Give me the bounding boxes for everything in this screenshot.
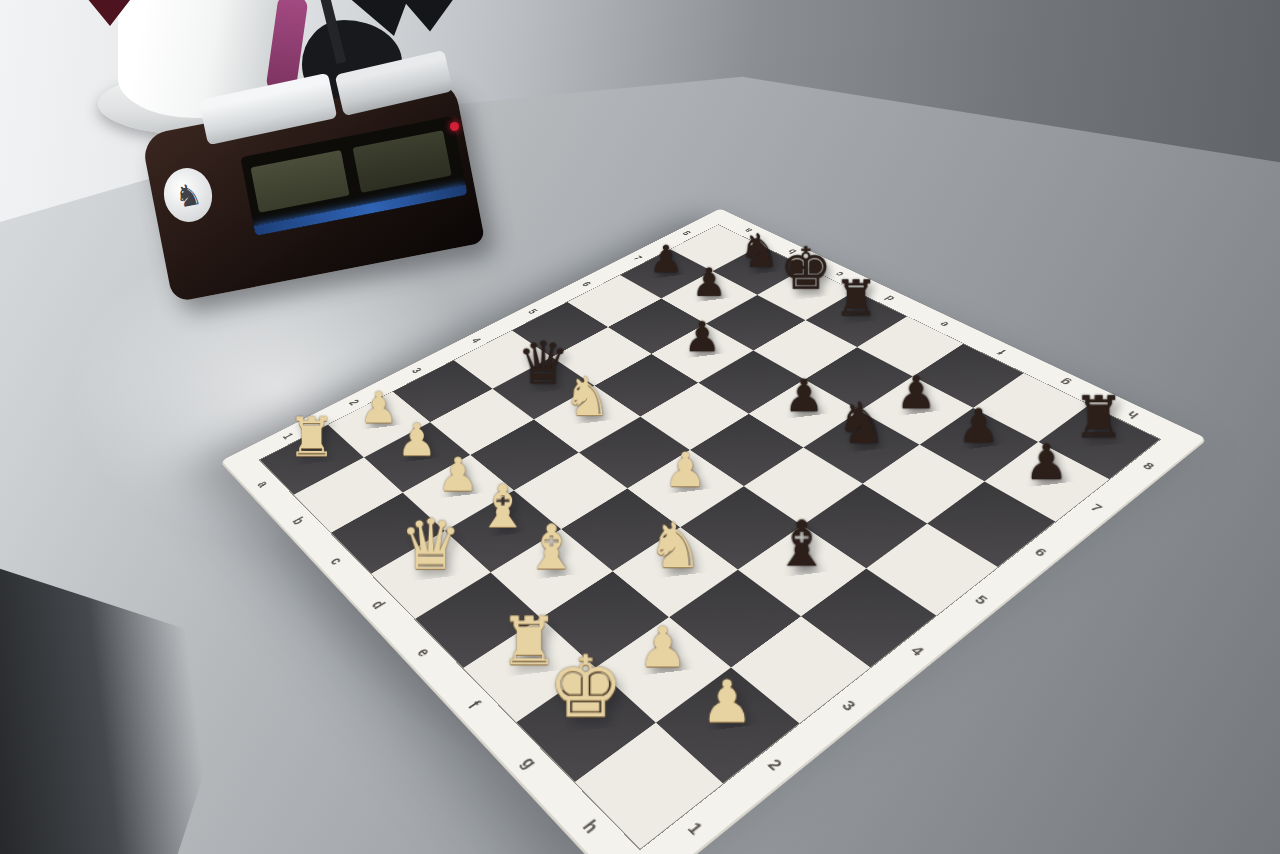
bishop-glyph: ♝ xyxy=(476,477,529,536)
coord-bottom-e: e xyxy=(410,641,438,664)
queen-glyph: ♛ xyxy=(399,510,462,580)
knight-emblem-icon: ♞ xyxy=(171,175,204,214)
pawn-glyph: ♟ xyxy=(692,263,727,302)
bishop-glyph: ♝ xyxy=(773,513,830,576)
rook-glyph: ♜ xyxy=(834,274,879,324)
coord-top-e: e xyxy=(932,318,956,331)
pawn-glyph: ♟ xyxy=(359,386,398,429)
coord-bottom-b: b xyxy=(287,512,311,530)
coord-right-4: 4 xyxy=(902,639,934,663)
chessboard-wrap: abcdefgh abcdefgh 87654321 87654321 ♞♚♜♜… xyxy=(340,100,1040,800)
pawn-glyph: ♟ xyxy=(649,240,683,278)
knight-glyph: ♞ xyxy=(563,370,611,424)
pawn-glyph: ♟ xyxy=(701,672,753,731)
coord-bottom-g: g xyxy=(514,749,545,776)
coord-right-6: 6 xyxy=(1026,542,1056,562)
coord-right-3: 3 xyxy=(833,693,866,719)
pawn-glyph: ♟ xyxy=(664,446,707,494)
coord-right-7: 7 xyxy=(1082,498,1112,517)
pawn-glyph: ♟ xyxy=(638,619,688,675)
bishop-glyph: ♝ xyxy=(524,517,579,579)
clock-lcd-left xyxy=(250,150,349,213)
coord-bottom-f: f xyxy=(459,692,489,717)
coord-top-f: f xyxy=(990,345,1015,359)
pawn-glyph: ♟ xyxy=(437,451,479,498)
pawn-glyph: ♟ xyxy=(1024,437,1068,486)
rook-glyph: ♜ xyxy=(1073,389,1125,447)
pawn-glyph: ♟ xyxy=(957,402,999,449)
rook-glyph: ♜ xyxy=(287,410,335,464)
coord-right-2: 2 xyxy=(759,751,792,779)
pawn-glyph: ♟ xyxy=(397,417,437,462)
pawn-glyph: ♟ xyxy=(896,370,937,415)
photo-scene: ♞ abcdefgh abcdefgh 87654321 87654321 ♞♚… xyxy=(0,0,1280,854)
coord-bottom-c: c xyxy=(324,551,349,570)
queen-glyph: ♛ xyxy=(517,334,570,393)
coord-bottom-h: h xyxy=(574,812,607,842)
pawn-glyph: ♟ xyxy=(684,316,721,358)
coord-top-d: d xyxy=(878,292,901,304)
coord-right-1: 1 xyxy=(678,813,712,843)
board-grid: ♞♚♜♜♟♟♟♟♟♟♟♞♛♞♟♝♞♟♟♟♝♝♟♟♜♛♜♚ xyxy=(260,225,1160,849)
knight-glyph: ♞ xyxy=(647,515,703,578)
coord-bottom-d: d xyxy=(365,594,391,615)
coord-right-8: 8 xyxy=(1134,457,1163,475)
pawn-glyph: ♟ xyxy=(784,373,824,418)
knight-glyph: ♞ xyxy=(738,228,780,275)
knight-glyph: ♞ xyxy=(836,395,887,452)
coord-bottom-a: a xyxy=(252,476,275,492)
king-glyph: ♚ xyxy=(547,645,623,730)
coord-right-5: 5 xyxy=(966,589,997,611)
